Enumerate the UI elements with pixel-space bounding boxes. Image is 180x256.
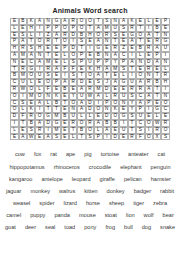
grid-cell: L — [161, 66, 169, 73]
grid-cell: S — [119, 66, 127, 73]
grid-cell: C — [136, 93, 144, 100]
grid-cell: O — [27, 86, 35, 93]
word-list-row: camelpuppypandamousestoatlionwolfbear — [0, 206, 180, 218]
grid-cell: E — [69, 86, 77, 93]
grid-cell: L — [27, 32, 35, 39]
grid-cell: T — [86, 25, 94, 32]
grid-cell: D — [69, 32, 77, 39]
word-item: deer — [25, 221, 36, 233]
word-list-row: kangarooantelopeleopardgiraffepelicanham… — [0, 170, 180, 182]
grid-cell: D — [86, 100, 94, 107]
grid-cell: A — [94, 93, 102, 100]
grid-cell: E — [153, 18, 161, 25]
grid-cell: I — [35, 32, 43, 39]
grid-cell: I — [119, 120, 127, 127]
grid-cell: B — [10, 72, 18, 79]
grid-cell: O — [136, 72, 144, 79]
grid-cell: O — [161, 100, 169, 107]
word-list-row: weaselspiderlizardhorsesheeptigerzebra — [0, 194, 180, 206]
grid-cell: M — [52, 113, 60, 120]
word-item: toad — [64, 221, 75, 233]
grid-cell: E — [61, 106, 69, 113]
grid-cell: E — [119, 106, 127, 113]
grid-cell: E — [86, 52, 94, 59]
grid-cell: N — [145, 72, 153, 79]
grid-cell: M — [27, 93, 35, 100]
grid-cell: S — [69, 59, 77, 66]
grid-cell: E — [52, 52, 60, 59]
grid-cell: U — [35, 72, 43, 79]
grid-cell: A — [10, 52, 18, 59]
grid-cell: H — [161, 79, 169, 86]
grid-cell: E — [19, 127, 27, 134]
grid-cell: N — [136, 59, 144, 66]
grid-cell: S — [77, 38, 85, 45]
grid-cell: E — [86, 38, 94, 45]
grid-cell: E — [145, 52, 153, 59]
grid-cell: A — [77, 100, 85, 107]
grid-cell: O — [35, 93, 43, 100]
grid-cell: P — [103, 100, 111, 107]
grid-cell: O — [111, 113, 119, 120]
grid-cell: A — [111, 79, 119, 86]
grid-cell: I — [94, 100, 102, 107]
grid-cell: I — [103, 134, 111, 141]
grid-cell: N — [119, 100, 127, 107]
grid-cell: E — [61, 134, 69, 141]
grid-cell: L — [94, 127, 102, 134]
grid-cell: A — [153, 45, 161, 52]
grid-cell: T — [111, 38, 119, 45]
grid-cell: A — [145, 86, 153, 93]
grid-cell: R — [19, 66, 27, 73]
grid-cell: M — [19, 72, 27, 79]
grid-cell: Z — [44, 32, 52, 39]
grid-cell: O — [77, 120, 85, 127]
grid-cell: I — [128, 52, 136, 59]
grid-cell: P — [145, 100, 153, 107]
grid-cell: L — [103, 93, 111, 100]
grid-cell: R — [153, 127, 161, 134]
grid-cell: M — [19, 52, 27, 59]
grid-cell: F — [136, 134, 144, 141]
grid-cell: K — [128, 18, 136, 25]
grid-cell: S — [103, 18, 111, 25]
grid-cell: O — [136, 32, 144, 39]
grid-cell: C — [10, 79, 18, 86]
grid-cell: A — [61, 79, 69, 86]
grid-cell: O — [111, 100, 119, 107]
grid-cell: T — [136, 38, 144, 45]
grid-cell: E — [52, 86, 60, 93]
grid-cell: E — [94, 113, 102, 120]
grid-cell: A — [94, 120, 102, 127]
grid-cell: L — [10, 127, 18, 134]
word-list: cowfoxratapepigtortoiseanteatercathippop… — [0, 145, 180, 230]
grid-cell: T — [77, 134, 85, 141]
grid-cell: T — [153, 32, 161, 39]
grid-cell: H — [86, 32, 94, 39]
grid-cell: I — [44, 127, 52, 134]
grid-cell: L — [61, 52, 69, 59]
grid-cell: E — [145, 38, 153, 45]
word-item: bull — [124, 221, 133, 233]
grid-cell: M — [111, 66, 119, 73]
grid-cell: T — [128, 127, 136, 134]
grid-cell: P — [52, 79, 60, 86]
word-list-row: hippopotamusrhinoceroscrocodileelephantp… — [0, 158, 180, 170]
grid-cell: O — [44, 79, 52, 86]
grid-cell: S — [86, 134, 94, 141]
grid-cell: T — [44, 106, 52, 113]
grid-cell: U — [119, 127, 127, 134]
grid-cell: T — [61, 100, 69, 107]
grid-cell: T — [153, 86, 161, 93]
grid-cell: S — [52, 134, 60, 141]
grid-cell: E — [119, 38, 127, 45]
grid-cell: P — [44, 25, 52, 32]
grid-cell: Y — [111, 59, 119, 66]
grid-cell: R — [35, 127, 43, 134]
grid-cell: N — [161, 59, 169, 66]
grid-cell: R — [136, 86, 144, 93]
grid-cell: I — [10, 120, 18, 127]
grid-cell: N — [103, 106, 111, 113]
grid-cell: E — [119, 134, 127, 141]
grid-cell: G — [52, 18, 60, 25]
grid-cell: T — [69, 127, 77, 134]
grid-cell: P — [119, 59, 127, 66]
grid-cell: T — [52, 106, 60, 113]
grid-cell: N — [35, 52, 43, 59]
grid-cell: F — [69, 66, 77, 73]
grid-cell: O — [35, 113, 43, 120]
grid-cell: O — [94, 32, 102, 39]
grid-cell: L — [61, 59, 69, 66]
grid-cell: A — [128, 38, 136, 45]
grid-cell: I — [35, 25, 43, 32]
grid-cell: N — [161, 93, 169, 100]
grid-cell: K — [27, 106, 35, 113]
grid-cell: U — [86, 59, 94, 66]
grid-cell: N — [10, 59, 18, 66]
grid-cell: S — [128, 93, 136, 100]
grid-cell: N — [103, 38, 111, 45]
grid-cell: H — [10, 45, 18, 52]
grid-cell: N — [44, 18, 52, 25]
grid-cell: E — [128, 45, 136, 52]
grid-cell: C — [27, 59, 35, 66]
grid-cell: O — [86, 72, 94, 79]
grid-cell: W — [19, 86, 27, 93]
grid-cell: A — [35, 59, 43, 66]
grid-cell: D — [10, 113, 18, 120]
grid-cell: T — [77, 45, 85, 52]
grid-cell: A — [61, 18, 69, 25]
grid-cell: L — [69, 134, 77, 141]
grid-cell: I — [145, 25, 153, 32]
grid-cell: L — [77, 113, 85, 120]
grid-cell: A — [44, 134, 52, 141]
grid-cell: E — [61, 120, 69, 127]
grid-cell: A — [19, 38, 27, 45]
worksheet-page: Animals Word search EBKANGAROOTSNAKELEPL… — [0, 0, 180, 256]
grid-cell: F — [44, 86, 52, 93]
grid-cell: F — [19, 113, 27, 120]
grid-cell: I — [35, 106, 43, 113]
grid-cell: E — [111, 127, 119, 134]
grid-cell: Z — [119, 45, 127, 52]
grid-cell: R — [161, 120, 169, 127]
grid-cell: O — [10, 106, 18, 113]
grid-cell: A — [119, 18, 127, 25]
word-item: frog — [105, 221, 115, 233]
grid-cell: E — [136, 66, 144, 73]
grid-cell: I — [19, 93, 27, 100]
grid-cell: R — [111, 45, 119, 52]
grid-cell: S — [27, 127, 35, 134]
grid-cell: B — [153, 79, 161, 86]
grid-cell: O — [161, 127, 169, 134]
word-item: pony — [84, 221, 96, 233]
grid-cell: O — [35, 38, 43, 45]
grid-cell: S — [27, 45, 35, 52]
grid-cell: S — [161, 134, 169, 141]
grid-cell: B — [136, 45, 144, 52]
grid-cell: U — [19, 79, 27, 86]
grid-cell: R — [111, 93, 119, 100]
grid-cell: K — [86, 66, 94, 73]
grid-cell: I — [61, 72, 69, 79]
grid-cell: R — [128, 134, 136, 141]
word-item: snake — [160, 221, 175, 233]
grid-cell: A — [52, 66, 60, 73]
grid-cell: E — [27, 100, 35, 107]
grid-cell: E — [19, 59, 27, 66]
grid-cell: R — [44, 66, 52, 73]
grid-cell: B — [27, 120, 35, 127]
grid-cell: A — [77, 86, 85, 93]
grid-cell: O — [69, 52, 77, 59]
grid-cell: O — [145, 120, 153, 127]
grid-cell: L — [119, 72, 127, 79]
grid-cell: N — [111, 18, 119, 25]
grid-cell: B — [61, 113, 69, 120]
grid-cell: R — [27, 113, 35, 120]
grid-cell: I — [86, 45, 94, 52]
grid-cell: E — [119, 32, 127, 39]
grid-cell: L — [19, 106, 27, 113]
grid-cell: P — [94, 59, 102, 66]
grid-cell: U — [128, 79, 136, 86]
grid-cell: I — [69, 38, 77, 45]
grid-cell: E — [136, 18, 144, 25]
grid-cell: E — [10, 32, 18, 39]
grid-cell: R — [145, 79, 153, 86]
grid-cell: E — [103, 45, 111, 52]
grid-cell: H — [94, 66, 102, 73]
grid-cell: N — [44, 93, 52, 100]
grid-cell: P — [161, 18, 169, 25]
grid-cell: D — [103, 113, 111, 120]
grid-cell: C — [10, 100, 18, 107]
grid-cell: J — [103, 79, 111, 86]
grid-cell: B — [19, 18, 27, 25]
grid-cell: K — [111, 106, 119, 113]
grid-cell: F — [61, 66, 69, 73]
grid-cell: P — [69, 25, 77, 32]
grid-cell: E — [111, 86, 119, 93]
grid-cell: H — [27, 25, 35, 32]
grid-cell: A — [103, 66, 111, 73]
grid-cell: P — [61, 45, 69, 52]
grid-cell: P — [10, 38, 18, 45]
grid-cell: K — [27, 18, 35, 25]
grid-cell: R — [69, 120, 77, 127]
grid-cell: R — [69, 18, 77, 25]
page-title: Animals Word search — [0, 7, 180, 14]
grid-cell: E — [10, 18, 18, 25]
grid-cell: I — [35, 66, 43, 73]
grid-cell: P — [103, 59, 111, 66]
grid-cell: L — [10, 25, 18, 32]
grid-cell: M — [94, 86, 102, 93]
grid-cell: U — [119, 93, 127, 100]
grid-cell: G — [161, 38, 169, 45]
grid-cell: E — [77, 66, 85, 73]
grid-cell: E — [161, 25, 169, 32]
grid-cell: E — [35, 134, 43, 141]
grid-cell: S — [119, 25, 127, 32]
grid-cell: M — [44, 59, 52, 66]
grid-cell: L — [44, 100, 52, 107]
grid-cell: H — [35, 45, 43, 52]
grid-cell: I — [145, 127, 153, 134]
grid-cell: W — [153, 120, 161, 127]
grid-cell: A — [19, 134, 27, 141]
grid-cell: A — [35, 120, 43, 127]
grid-cell: W — [86, 93, 94, 100]
grid-cell: T — [153, 72, 161, 79]
grid-cell: O — [61, 25, 69, 32]
grid-cell: N — [103, 52, 111, 59]
grid-cell: A — [52, 32, 60, 39]
grid-cell: P — [77, 59, 85, 66]
grid-cell: E — [52, 59, 60, 66]
word-list-row: goatdeersealtoadponyfrogbulldogsnake — [0, 218, 180, 230]
grid-cell: D — [111, 134, 119, 141]
grid-cell: L — [86, 113, 94, 120]
grid-cell: A — [35, 100, 43, 107]
grid-cell: E — [153, 100, 161, 107]
grid-cell: A — [136, 100, 144, 107]
grid-cell: A — [103, 127, 111, 134]
grid-cell: R — [10, 86, 18, 93]
grid-cell: R — [128, 86, 136, 93]
grid-cell: B — [77, 127, 85, 134]
grid-cell: G — [52, 120, 60, 127]
grid-cell: O — [77, 18, 85, 25]
grid-cell: C — [136, 120, 144, 127]
word-list-row: jaguarmonkeywalruskittendonkeybadgerrabb… — [0, 182, 180, 194]
word-grid: EBKANGAROOTSNAKELEPLEHIPPOPOTAMUSRTIBEES… — [10, 18, 169, 140]
grid-cell: B — [61, 86, 69, 93]
grid-cell: O — [10, 93, 18, 100]
grid-cell: T — [44, 52, 52, 59]
grid-cell: D — [86, 106, 94, 113]
grid-cell: A — [35, 18, 43, 25]
grid-cell: E — [44, 45, 52, 52]
grid-cell: O — [145, 134, 153, 141]
grid-cell: E — [61, 127, 69, 134]
grid-cell: B — [103, 120, 111, 127]
grid-cell: T — [153, 93, 161, 100]
grid-cell: E — [61, 93, 69, 100]
grid-cell: I — [161, 52, 169, 59]
grid-cell: E — [119, 86, 127, 93]
grid-cell: S — [44, 72, 52, 79]
grid-cell: B — [52, 100, 60, 107]
word-item: dog — [142, 221, 151, 233]
grid-cell: T — [128, 66, 136, 73]
word-item: goat — [5, 221, 16, 233]
grid-cell: O — [27, 72, 35, 79]
grid-cell: G — [94, 45, 102, 52]
grid-cell: Y — [69, 93, 77, 100]
grid-cell: T — [77, 72, 85, 79]
grid-cell: K — [52, 93, 60, 100]
grid-cell: G — [119, 113, 127, 120]
grid-cell: E — [153, 66, 161, 73]
grid-cell: L — [27, 79, 35, 86]
grid-cell: I — [128, 72, 136, 79]
grid-cell: T — [19, 120, 27, 127]
grid-cell: P — [77, 52, 85, 59]
grid-cell: U — [111, 25, 119, 32]
grid-cell: R — [161, 72, 169, 79]
grid-cell: B — [111, 120, 119, 127]
grid-cell: E — [10, 134, 18, 141]
grid-cell: L — [35, 86, 43, 93]
grid-cell: Y — [128, 100, 136, 107]
grid-cell: T — [27, 38, 35, 45]
grid-cell: N — [69, 106, 77, 113]
grid-cell: B — [153, 25, 161, 32]
grid-cell: E — [19, 25, 27, 32]
grid-cell: B — [77, 32, 85, 39]
grid-cell: C — [161, 106, 169, 113]
grid-cell: N — [161, 32, 169, 39]
grid-cell: T — [103, 72, 111, 79]
grid-cell: I — [145, 106, 153, 113]
grid-cell: L — [153, 113, 161, 120]
grid-cell: P — [52, 25, 60, 32]
grid-cell: B — [94, 52, 102, 59]
grid-cell: P — [153, 52, 161, 59]
grid-cell: G — [119, 79, 127, 86]
grid-cell: C — [119, 52, 127, 59]
grid-cell: L — [136, 52, 144, 59]
grid-cell: A — [145, 32, 153, 39]
grid-cell: O — [77, 25, 85, 32]
grid-cell: A — [145, 93, 153, 100]
grid-cell: G — [44, 113, 52, 120]
grid-cell: U — [136, 113, 144, 120]
grid-cell: A — [128, 59, 136, 66]
grid-cell: A — [27, 52, 35, 59]
grid-cell: X — [153, 134, 161, 141]
grid-cell: E — [52, 45, 60, 52]
